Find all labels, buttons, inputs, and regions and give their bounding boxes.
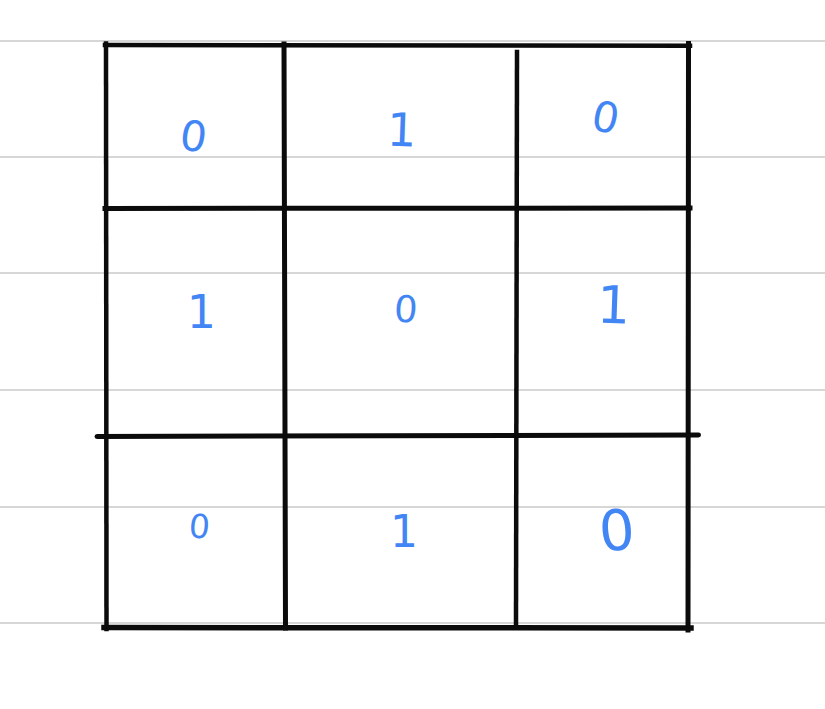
digit-r3c2: 1 [390, 510, 418, 554]
cell-r3c3[interactable]: 0 [517, 435, 689, 627]
cell-r2c3[interactable]: 1 [517, 208, 689, 435]
digit-r1c2: 1 [387, 106, 418, 153]
cell-r3c1[interactable]: 0 [106, 435, 283, 627]
digit-r2c1: 1 [187, 289, 216, 335]
cell-r1c1[interactable]: 0 [106, 45, 283, 208]
digit-r3c1: 0 [188, 509, 212, 544]
puzzle-grid: 0 1 0 1 0 1 0 1 0 [106, 45, 689, 627]
whiteboard-canvas[interactable]: 0 1 0 1 0 1 0 1 0 [0, 0, 825, 709]
digit-r1c3: 0 [588, 94, 623, 141]
digit-r2c2: 0 [393, 290, 419, 329]
grid-bottom-border [104, 628, 691, 629]
cell-r2c1[interactable]: 1 [106, 208, 283, 435]
cell-r2c2[interactable]: 0 [283, 208, 517, 435]
cell-r3c2[interactable]: 1 [283, 435, 517, 627]
cell-r1c2[interactable]: 1 [283, 45, 517, 208]
digit-r3c3: 0 [597, 502, 637, 561]
digit-r1c1: 0 [177, 114, 209, 159]
cell-r1c3[interactable]: 0 [517, 45, 689, 208]
digit-r2c3: 1 [597, 278, 632, 331]
